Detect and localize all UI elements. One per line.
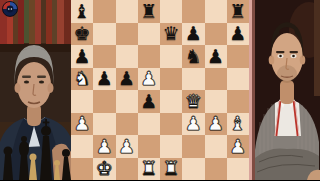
square-f8 <box>182 0 204 23</box>
white-king: ♚ <box>96 159 113 178</box>
square-c7 <box>116 23 138 46</box>
ear <box>300 55 306 64</box>
black-queen: ♛ <box>163 24 180 43</box>
square-e6 <box>160 45 182 68</box>
square-e3 <box>160 113 182 136</box>
square-h2: ♟ <box>227 135 249 158</box>
white-pawn: ♟ <box>185 114 202 133</box>
black-king: ♚ <box>74 24 91 43</box>
square-f3: ♟ <box>182 113 204 136</box>
square-h3: ♝ <box>227 113 249 136</box>
neck <box>280 80 294 104</box>
square-f5 <box>182 68 204 91</box>
ear <box>48 83 54 93</box>
square-h1 <box>227 158 249 181</box>
stubble <box>277 65 297 83</box>
square-g7 <box>205 23 227 46</box>
white-pawn: ♟ <box>229 136 246 155</box>
square-f6: ♞ <box>182 45 204 68</box>
left-player-photo <box>0 0 71 180</box>
square-h5 <box>227 68 249 91</box>
eye <box>279 55 282 58</box>
square-c1 <box>116 158 138 181</box>
square-h6 <box>227 45 249 68</box>
square-e1: ♜ <box>160 158 182 181</box>
square-h8: ♜ <box>227 0 249 23</box>
channel-logo-icon <box>2 1 18 17</box>
ear <box>269 55 275 64</box>
square-c4 <box>116 90 138 113</box>
square-a3: ♟ <box>71 113 93 136</box>
square-a5: ♞ <box>71 68 93 91</box>
black-pawn: ♟ <box>96 69 113 88</box>
chess-board: ♝♜♜♚♛♟♟♟♞♟♞♟♟♟♟♛♟♟♟♝♟♟♟♚♜♜ <box>71 0 249 180</box>
square-a2 <box>71 135 93 158</box>
square-f1 <box>182 158 204 181</box>
square-e7: ♛ <box>160 23 182 46</box>
white-pawn: ♟ <box>74 114 91 133</box>
square-a6: ♟ <box>71 45 93 68</box>
square-a4 <box>71 90 93 113</box>
background-edge <box>314 0 320 96</box>
eyebrow <box>290 51 299 53</box>
black-rook: ♜ <box>229 1 246 20</box>
white-pawn: ♟ <box>96 136 113 155</box>
square-d2 <box>138 135 160 158</box>
white-knight: ♞ <box>74 69 91 88</box>
eye <box>39 80 44 83</box>
eyebrow <box>37 76 46 78</box>
square-g8 <box>205 0 227 23</box>
square-g5 <box>205 68 227 91</box>
square-e2 <box>160 135 182 158</box>
square-b1: ♚ <box>93 158 115 181</box>
black-pawn: ♟ <box>118 69 135 88</box>
square-g3: ♟ <box>205 113 227 136</box>
white-pawn: ♟ <box>140 69 157 88</box>
eyebrow <box>22 76 31 78</box>
square-c3 <box>116 113 138 136</box>
right-player-photo <box>249 0 320 180</box>
square-b7 <box>93 23 115 46</box>
square-b6 <box>93 45 115 68</box>
square-b8 <box>93 0 115 23</box>
square-a7: ♚ <box>71 23 93 46</box>
square-d7 <box>138 23 160 46</box>
square-d4: ♟ <box>138 90 160 113</box>
white-pawn: ♟ <box>118 136 135 155</box>
white-pawn: ♟ <box>207 114 224 133</box>
square-g1 <box>205 158 227 181</box>
square-h7: ♟ <box>227 23 249 46</box>
square-b4 <box>93 90 115 113</box>
black-bishop: ♝ <box>74 1 91 20</box>
square-c6 <box>116 45 138 68</box>
ear <box>15 83 21 93</box>
square-c2: ♟ <box>116 135 138 158</box>
black-knight: ♞ <box>185 46 202 65</box>
white-queen: ♛ <box>185 91 202 110</box>
eyebrow <box>276 51 285 53</box>
square-b2: ♟ <box>93 135 115 158</box>
square-g6: ♟ <box>205 45 227 68</box>
square-d5: ♟ <box>138 68 160 91</box>
square-e8 <box>160 0 182 23</box>
square-d8: ♜ <box>138 0 160 23</box>
square-a8: ♝ <box>71 0 93 23</box>
square-h4 <box>227 90 249 113</box>
pink-strip <box>249 0 252 180</box>
black-pawn: ♟ <box>74 46 91 65</box>
square-a1 <box>71 158 93 181</box>
square-c5: ♟ <box>116 68 138 91</box>
square-g4 <box>205 90 227 113</box>
eye <box>24 80 29 83</box>
square-e5 <box>160 68 182 91</box>
square-e4 <box>160 90 182 113</box>
black-pawn: ♟ <box>185 24 202 43</box>
white-rook: ♜ <box>163 159 180 178</box>
square-d6 <box>138 45 160 68</box>
white-bishop: ♝ <box>229 114 246 133</box>
square-b3 <box>93 113 115 136</box>
square-d1: ♜ <box>138 158 160 181</box>
square-f4: ♛ <box>182 90 204 113</box>
black-pawn: ♟ <box>140 91 157 110</box>
black-pawn: ♟ <box>207 46 224 65</box>
square-f2 <box>182 135 204 158</box>
square-d3 <box>138 113 160 136</box>
pink-strip-shadow <box>252 0 255 180</box>
square-c8 <box>116 0 138 23</box>
square-f7: ♟ <box>182 23 204 46</box>
black-pawn: ♟ <box>229 24 246 43</box>
square-b5: ♟ <box>93 68 115 91</box>
eye <box>292 55 295 58</box>
white-rook: ♜ <box>140 159 157 178</box>
square-g2 <box>205 135 227 158</box>
black-rook: ♜ <box>140 1 157 20</box>
video-frame: ♝♜♜♚♛♟♟♟♞♟♞♟♟♟♟♛♟♟♟♝♟♟♟♚♜♜ <box>0 0 320 180</box>
